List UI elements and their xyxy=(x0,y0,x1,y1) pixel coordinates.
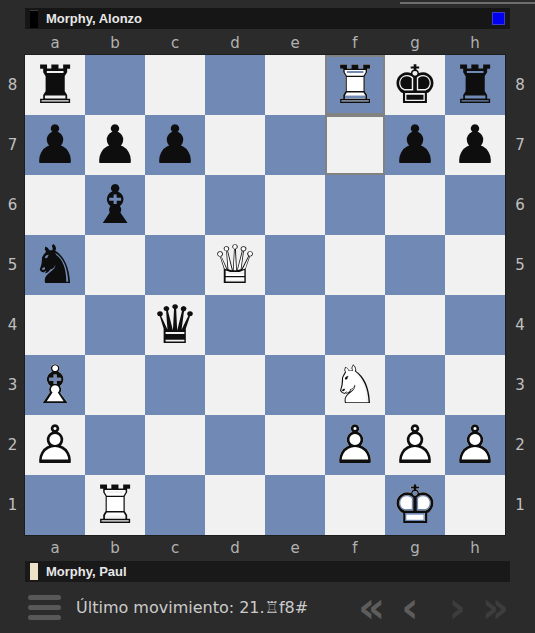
rank-label-8: 8 xyxy=(505,55,535,115)
previous-move-button[interactable]: ‹ xyxy=(401,588,418,628)
file-label-d: d xyxy=(205,31,265,55)
rank-label-6: 6 xyxy=(0,175,25,235)
square-g5[interactable] xyxy=(385,235,445,295)
black-color-indicator xyxy=(30,10,38,28)
black-bishop: ♝ xyxy=(85,175,145,235)
menu-bar xyxy=(28,595,61,600)
square-d4[interactable] xyxy=(205,295,265,355)
last-move-button[interactable]: » xyxy=(482,588,509,628)
white-rook-fill: ♜ xyxy=(85,475,145,535)
rank-label-3: 3 xyxy=(0,355,25,415)
square-e8[interactable] xyxy=(265,55,325,115)
rank-label-7: 7 xyxy=(0,115,25,175)
square-g8[interactable]: ♚ xyxy=(385,55,445,115)
white-pawn: ♙ xyxy=(445,415,505,475)
square-c2[interactable] xyxy=(145,415,205,475)
square-h8[interactable]: ♜ xyxy=(445,55,505,115)
square-e5[interactable] xyxy=(265,235,325,295)
rank-label-2: 2 xyxy=(505,415,535,475)
player-bar-top: Morphy, Alonzo xyxy=(25,8,510,29)
file-label-g: g xyxy=(385,31,445,55)
player-bar-bottom: Morphy, Paul xyxy=(25,561,510,582)
player-name-top: Morphy, Alonzo xyxy=(46,11,142,26)
square-e3[interactable] xyxy=(265,355,325,415)
square-e7[interactable] xyxy=(265,115,325,175)
rank-labels-right: 87654321 xyxy=(505,55,535,535)
rank-label-4: 4 xyxy=(0,295,25,355)
square-c1[interactable] xyxy=(145,475,205,535)
square-b8[interactable] xyxy=(85,55,145,115)
white-color-indicator xyxy=(30,563,38,580)
square-a4[interactable] xyxy=(25,295,85,355)
white-knight: ♘ xyxy=(325,355,385,415)
last-move-label: Último movimiento: 21.♖f8# xyxy=(76,598,308,617)
square-c3[interactable] xyxy=(145,355,205,415)
file-label-b: b xyxy=(85,31,145,55)
file-label-h: h xyxy=(445,535,505,561)
rank-label-3: 3 xyxy=(505,355,535,415)
black-queen: ♛ xyxy=(145,295,205,355)
white-pawn-fill: ♟ xyxy=(445,415,505,475)
white-rook: ♖ xyxy=(85,475,145,535)
file-label-a: a xyxy=(25,31,85,55)
square-f5[interactable] xyxy=(325,235,385,295)
square-a7[interactable]: ♟ xyxy=(25,115,85,175)
chess-app-window: Morphy, Alonzo abcdefgh 87654321 ♜♜♖♚♜♟♟… xyxy=(0,0,535,633)
menu-bar xyxy=(28,605,61,610)
black-pawn: ♟ xyxy=(445,115,505,175)
rank-label-7: 7 xyxy=(505,115,535,175)
square-f4[interactable] xyxy=(325,295,385,355)
white-bishop: ♗ xyxy=(25,355,85,415)
move-navigation: « ‹ › » xyxy=(358,588,509,628)
square-g4[interactable] xyxy=(385,295,445,355)
square-c6[interactable] xyxy=(145,175,205,235)
chess-board: ♜♜♖♚♜♟♟♟♟♟♝♞♛♕♛♝♗♞♘♟♙♟♙♟♙♟♙♜♖♚♔ xyxy=(25,55,505,535)
rank-label-8: 8 xyxy=(0,55,25,115)
square-d6[interactable] xyxy=(205,175,265,235)
file-label-d: d xyxy=(205,535,265,561)
square-g6[interactable] xyxy=(385,175,445,235)
white-queen-fill: ♛ xyxy=(205,235,265,295)
file-labels-top: abcdefgh xyxy=(25,31,505,55)
white-pawn: ♙ xyxy=(385,415,445,475)
square-b4[interactable] xyxy=(85,295,145,355)
square-b1[interactable]: ♜♖ xyxy=(85,475,145,535)
square-c4[interactable]: ♛ xyxy=(145,295,205,355)
menu-icon[interactable] xyxy=(28,595,61,620)
white-rook: ♖ xyxy=(325,55,385,115)
square-c8[interactable] xyxy=(145,55,205,115)
square-f7[interactable] xyxy=(325,115,385,175)
square-e2[interactable] xyxy=(265,415,325,475)
square-a6[interactable] xyxy=(25,175,85,235)
file-label-h: h xyxy=(445,31,505,55)
white-pawn-fill: ♟ xyxy=(25,415,85,475)
square-d3[interactable] xyxy=(205,355,265,415)
white-queen: ♕ xyxy=(205,235,265,295)
rank-labels-left: 87654321 xyxy=(0,55,25,535)
window-divider-line xyxy=(400,2,535,4)
first-move-button[interactable]: « xyxy=(358,588,385,628)
square-h4[interactable] xyxy=(445,295,505,355)
file-label-e: e xyxy=(265,535,325,561)
square-h1[interactable] xyxy=(445,475,505,535)
square-a3[interactable]: ♝♗ xyxy=(25,355,85,415)
square-c5[interactable] xyxy=(145,235,205,295)
square-e4[interactable] xyxy=(265,295,325,355)
square-h3[interactable] xyxy=(445,355,505,415)
white-pawn: ♙ xyxy=(25,415,85,475)
square-f6[interactable] xyxy=(325,175,385,235)
square-g3[interactable] xyxy=(385,355,445,415)
square-d5[interactable]: ♛♕ xyxy=(205,235,265,295)
white-knight-fill: ♞ xyxy=(325,355,385,415)
file-label-e: e xyxy=(265,31,325,55)
black-knight: ♞ xyxy=(25,235,85,295)
black-rook: ♜ xyxy=(25,55,85,115)
square-f3[interactable]: ♞♘ xyxy=(325,355,385,415)
file-label-c: c xyxy=(145,535,205,561)
black-pawn: ♟ xyxy=(145,115,205,175)
black-pawn: ♟ xyxy=(85,115,145,175)
file-label-a: a xyxy=(25,535,85,561)
square-a1[interactable] xyxy=(25,475,85,535)
square-e1[interactable] xyxy=(265,475,325,535)
rank-label-1: 1 xyxy=(505,475,535,535)
white-pawn: ♙ xyxy=(325,415,385,475)
rank-label-1: 1 xyxy=(0,475,25,535)
square-b5[interactable] xyxy=(85,235,145,295)
rank-label-2: 2 xyxy=(0,415,25,475)
square-f2[interactable]: ♟♙ xyxy=(325,415,385,475)
black-king: ♚ xyxy=(385,55,445,115)
white-king: ♔ xyxy=(385,475,445,535)
white-pawn-fill: ♟ xyxy=(325,415,385,475)
square-d8[interactable] xyxy=(205,55,265,115)
square-h7[interactable]: ♟ xyxy=(445,115,505,175)
white-pawn-fill: ♟ xyxy=(385,415,445,475)
file-label-b: b xyxy=(85,535,145,561)
square-b3[interactable] xyxy=(85,355,145,415)
player-name-bottom: Morphy, Paul xyxy=(46,564,127,579)
menu-bar xyxy=(28,615,61,620)
square-g7[interactable]: ♟ xyxy=(385,115,445,175)
square-a2[interactable]: ♟♙ xyxy=(25,415,85,475)
rank-label-5: 5 xyxy=(0,235,25,295)
white-bishop-fill: ♝ xyxy=(25,355,85,415)
square-c7[interactable]: ♟ xyxy=(145,115,205,175)
square-b6[interactable]: ♝ xyxy=(85,175,145,235)
square-h2[interactable]: ♟♙ xyxy=(445,415,505,475)
file-label-f: f xyxy=(325,535,385,561)
rank-label-4: 4 xyxy=(505,295,535,355)
file-labels-bottom: abcdefgh xyxy=(25,535,505,561)
bottom-toolbar: Último movimiento: 21.♖f8# « ‹ › » xyxy=(0,582,535,633)
rank-label-5: 5 xyxy=(505,235,535,295)
square-f1[interactable] xyxy=(325,475,385,535)
rank-label-6: 6 xyxy=(505,175,535,235)
white-king-fill: ♚ xyxy=(385,475,445,535)
square-d2[interactable] xyxy=(205,415,265,475)
square-b2[interactable] xyxy=(85,415,145,475)
square-a5[interactable]: ♞ xyxy=(25,235,85,295)
black-rook: ♜ xyxy=(445,55,505,115)
square-e6[interactable] xyxy=(265,175,325,235)
square-d7[interactable] xyxy=(205,115,265,175)
square-g2[interactable]: ♟♙ xyxy=(385,415,445,475)
next-move-button[interactable]: › xyxy=(449,588,466,628)
square-f8[interactable]: ♜♖ xyxy=(325,55,385,115)
black-pawn: ♟ xyxy=(385,115,445,175)
file-label-c: c xyxy=(145,31,205,55)
square-d1[interactable] xyxy=(205,475,265,535)
white-rook-fill: ♜ xyxy=(325,55,385,115)
file-label-g: g xyxy=(385,535,445,561)
square-g1[interactable]: ♚♔ xyxy=(385,475,445,535)
black-pawn: ♟ xyxy=(25,115,85,175)
to-move-indicator xyxy=(492,12,505,25)
square-b7[interactable]: ♟ xyxy=(85,115,145,175)
square-a8[interactable]: ♜ xyxy=(25,55,85,115)
file-label-f: f xyxy=(325,31,385,55)
square-h6[interactable] xyxy=(445,175,505,235)
square-h5[interactable] xyxy=(445,235,505,295)
